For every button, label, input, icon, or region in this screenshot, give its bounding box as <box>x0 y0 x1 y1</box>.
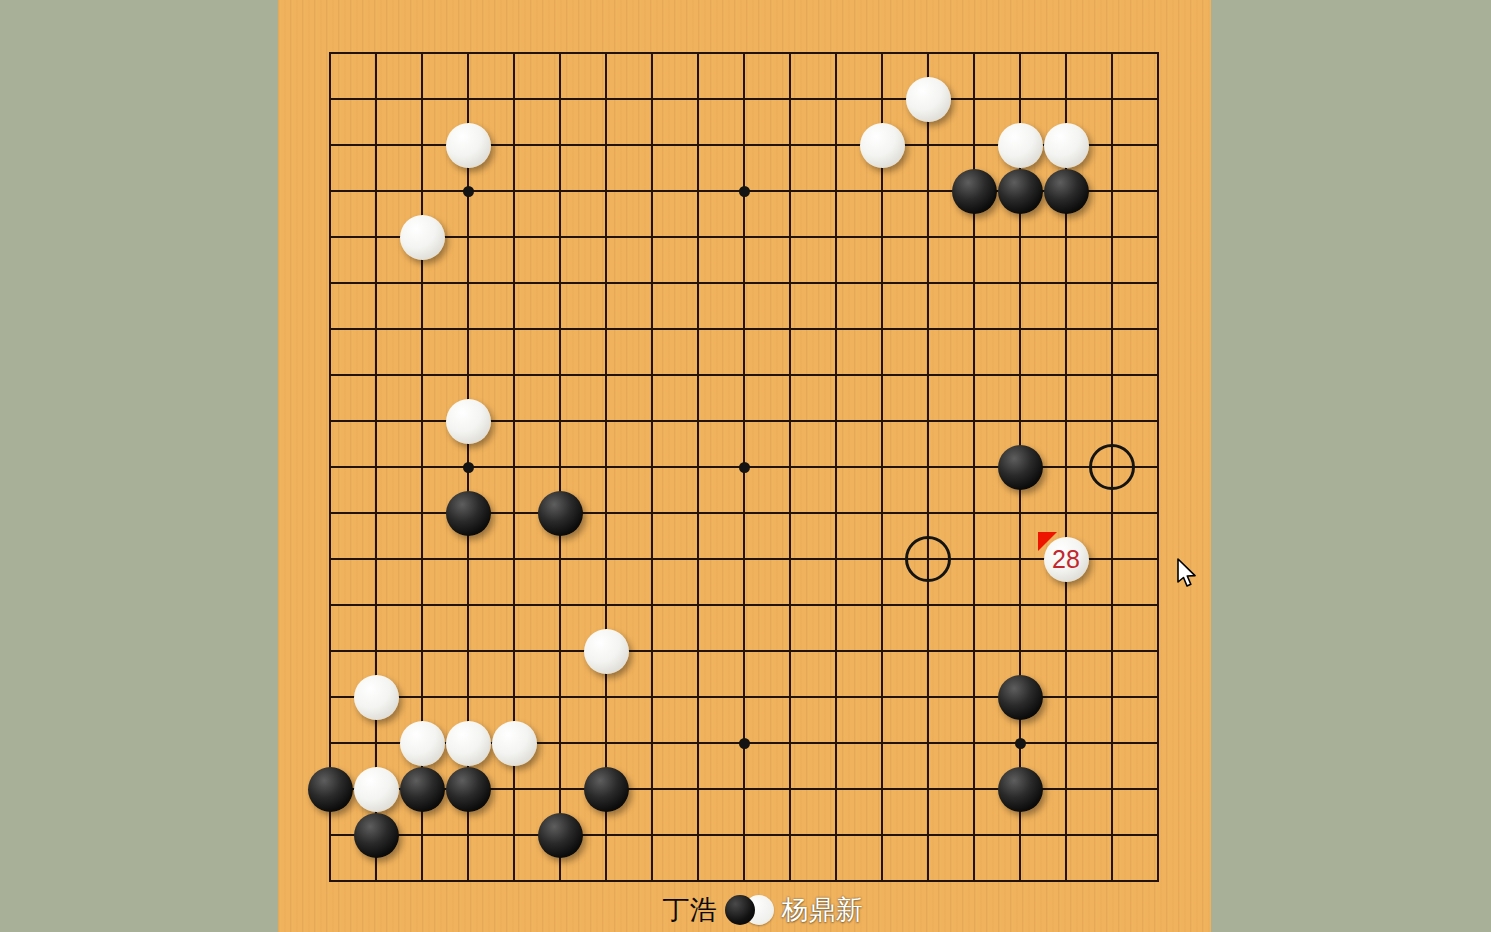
intersection[interactable] <box>399 122 445 168</box>
intersection[interactable] <box>1089 214 1135 260</box>
intersection[interactable] <box>813 260 859 306</box>
intersection[interactable] <box>859 168 905 214</box>
intersection[interactable] <box>1135 812 1181 858</box>
intersection[interactable] <box>1135 306 1181 352</box>
intersection[interactable] <box>721 536 767 582</box>
intersection[interactable] <box>905 674 951 720</box>
intersection[interactable] <box>307 122 353 168</box>
intersection[interactable] <box>1135 766 1181 812</box>
intersection[interactable] <box>951 582 997 628</box>
intersection[interactable] <box>997 628 1043 674</box>
intersection[interactable] <box>445 76 491 122</box>
intersection[interactable] <box>353 582 399 628</box>
intersection[interactable] <box>1089 260 1135 306</box>
intersection[interactable] <box>1089 76 1135 122</box>
intersection[interactable] <box>997 352 1043 398</box>
intersection[interactable] <box>353 352 399 398</box>
intersection[interactable] <box>583 214 629 260</box>
intersection[interactable] <box>997 674 1043 720</box>
intersection[interactable] <box>859 766 905 812</box>
intersection[interactable] <box>767 812 813 858</box>
intersection[interactable] <box>491 76 537 122</box>
intersection[interactable] <box>1135 490 1181 536</box>
intersection[interactable] <box>537 122 583 168</box>
intersection[interactable] <box>813 168 859 214</box>
intersection[interactable] <box>491 490 537 536</box>
intersection[interactable] <box>491 398 537 444</box>
intersection[interactable] <box>675 628 721 674</box>
intersection[interactable] <box>675 536 721 582</box>
intersection[interactable] <box>721 766 767 812</box>
intersection[interactable] <box>1089 674 1135 720</box>
intersection[interactable] <box>537 674 583 720</box>
intersection[interactable] <box>1089 398 1135 444</box>
intersection[interactable] <box>491 122 537 168</box>
intersection[interactable] <box>813 76 859 122</box>
intersection[interactable] <box>537 766 583 812</box>
intersection[interactable] <box>491 766 537 812</box>
intersection[interactable] <box>997 490 1043 536</box>
intersection[interactable] <box>1089 720 1135 766</box>
intersection[interactable] <box>353 628 399 674</box>
intersection[interactable] <box>859 536 905 582</box>
intersection[interactable] <box>307 30 353 76</box>
intersection[interactable] <box>905 536 951 582</box>
intersection[interactable] <box>445 168 491 214</box>
intersection[interactable] <box>905 582 951 628</box>
intersection[interactable] <box>859 398 905 444</box>
intersection[interactable] <box>583 720 629 766</box>
intersection[interactable] <box>675 260 721 306</box>
intersection[interactable] <box>767 582 813 628</box>
intersection[interactable] <box>399 444 445 490</box>
intersection[interactable] <box>675 766 721 812</box>
intersection[interactable] <box>353 398 399 444</box>
intersection[interactable] <box>307 306 353 352</box>
intersection[interactable] <box>629 720 675 766</box>
intersection[interactable] <box>951 628 997 674</box>
intersection[interactable] <box>583 490 629 536</box>
intersection[interactable] <box>399 812 445 858</box>
intersection[interactable] <box>307 812 353 858</box>
intersection[interactable] <box>905 122 951 168</box>
intersection[interactable] <box>767 76 813 122</box>
intersection[interactable] <box>353 214 399 260</box>
intersection[interactable] <box>537 168 583 214</box>
intersection[interactable] <box>1135 674 1181 720</box>
intersection[interactable] <box>859 306 905 352</box>
intersection[interactable] <box>399 352 445 398</box>
intersection[interactable] <box>399 168 445 214</box>
intersection[interactable] <box>307 398 353 444</box>
intersection[interactable] <box>813 674 859 720</box>
intersection[interactable] <box>629 398 675 444</box>
intersection[interactable] <box>445 214 491 260</box>
intersection[interactable] <box>399 306 445 352</box>
intersection[interactable] <box>629 582 675 628</box>
board-intersections[interactable]: 28 <box>307 30 1181 904</box>
intersection[interactable] <box>997 444 1043 490</box>
intersection[interactable] <box>1043 582 1089 628</box>
intersection[interactable] <box>1043 720 1089 766</box>
intersection[interactable] <box>445 628 491 674</box>
intersection[interactable] <box>721 674 767 720</box>
intersection[interactable] <box>859 720 905 766</box>
intersection[interactable] <box>537 76 583 122</box>
intersection[interactable] <box>583 122 629 168</box>
intersection[interactable] <box>997 122 1043 168</box>
intersection[interactable] <box>399 582 445 628</box>
intersection[interactable] <box>307 76 353 122</box>
intersection[interactable] <box>813 720 859 766</box>
intersection[interactable] <box>1043 398 1089 444</box>
intersection[interactable] <box>905 76 951 122</box>
intersection[interactable] <box>491 812 537 858</box>
intersection[interactable] <box>721 628 767 674</box>
intersection[interactable] <box>1043 306 1089 352</box>
intersection[interactable] <box>1089 490 1135 536</box>
intersection[interactable] <box>537 536 583 582</box>
intersection[interactable] <box>1135 628 1181 674</box>
intersection[interactable] <box>859 76 905 122</box>
intersection[interactable] <box>1135 30 1181 76</box>
intersection[interactable] <box>629 76 675 122</box>
intersection[interactable] <box>997 76 1043 122</box>
intersection[interactable] <box>629 352 675 398</box>
intersection[interactable] <box>721 76 767 122</box>
intersection[interactable] <box>721 352 767 398</box>
intersection[interactable] <box>859 122 905 168</box>
intersection[interactable] <box>859 214 905 260</box>
intersection[interactable] <box>905 812 951 858</box>
intersection[interactable] <box>537 720 583 766</box>
intersection[interactable] <box>399 490 445 536</box>
intersection[interactable] <box>675 444 721 490</box>
intersection[interactable] <box>905 30 951 76</box>
intersection[interactable] <box>307 490 353 536</box>
intersection[interactable] <box>675 214 721 260</box>
intersection[interactable] <box>583 766 629 812</box>
intersection[interactable] <box>491 536 537 582</box>
intersection[interactable] <box>905 168 951 214</box>
intersection[interactable] <box>905 398 951 444</box>
intersection[interactable] <box>399 766 445 812</box>
intersection[interactable] <box>675 674 721 720</box>
intersection[interactable] <box>951 306 997 352</box>
intersection[interactable] <box>1135 720 1181 766</box>
intersection[interactable] <box>767 260 813 306</box>
intersection[interactable] <box>1089 30 1135 76</box>
intersection[interactable] <box>307 628 353 674</box>
intersection[interactable] <box>353 30 399 76</box>
intersection[interactable] <box>445 30 491 76</box>
intersection[interactable] <box>1089 168 1135 214</box>
intersection[interactable] <box>905 490 951 536</box>
intersection[interactable] <box>721 398 767 444</box>
intersection[interactable] <box>491 444 537 490</box>
intersection[interactable] <box>1089 122 1135 168</box>
intersection[interactable] <box>353 260 399 306</box>
intersection[interactable] <box>675 352 721 398</box>
intersection[interactable] <box>629 766 675 812</box>
intersection[interactable] <box>1135 122 1181 168</box>
intersection[interactable] <box>675 720 721 766</box>
intersection[interactable] <box>951 168 997 214</box>
intersection[interactable] <box>951 214 997 260</box>
intersection[interactable] <box>629 214 675 260</box>
intersection[interactable]: 28 <box>1043 536 1089 582</box>
intersection[interactable] <box>1043 352 1089 398</box>
intersection[interactable] <box>1089 766 1135 812</box>
intersection[interactable] <box>859 260 905 306</box>
intersection[interactable] <box>997 30 1043 76</box>
intersection[interactable] <box>721 444 767 490</box>
intersection[interactable] <box>675 168 721 214</box>
intersection[interactable] <box>675 76 721 122</box>
intersection[interactable] <box>583 674 629 720</box>
intersection[interactable] <box>813 352 859 398</box>
intersection[interactable] <box>307 536 353 582</box>
intersection[interactable] <box>1043 674 1089 720</box>
intersection[interactable] <box>1089 582 1135 628</box>
intersection[interactable] <box>813 214 859 260</box>
intersection[interactable] <box>675 582 721 628</box>
intersection[interactable] <box>1089 812 1135 858</box>
intersection[interactable] <box>537 582 583 628</box>
intersection[interactable] <box>537 352 583 398</box>
intersection[interactable] <box>491 306 537 352</box>
intersection[interactable] <box>445 352 491 398</box>
intersection[interactable] <box>629 536 675 582</box>
intersection[interactable] <box>675 398 721 444</box>
intersection[interactable] <box>1043 260 1089 306</box>
intersection[interactable] <box>629 490 675 536</box>
intersection[interactable] <box>445 306 491 352</box>
intersection[interactable] <box>721 214 767 260</box>
intersection[interactable] <box>629 168 675 214</box>
intersection[interactable] <box>353 674 399 720</box>
intersection[interactable] <box>905 720 951 766</box>
intersection[interactable] <box>767 720 813 766</box>
intersection[interactable] <box>307 214 353 260</box>
intersection[interactable] <box>997 306 1043 352</box>
intersection[interactable] <box>583 628 629 674</box>
intersection[interactable] <box>399 628 445 674</box>
intersection[interactable] <box>399 76 445 122</box>
intersection[interactable] <box>859 582 905 628</box>
intersection[interactable] <box>951 398 997 444</box>
intersection[interactable] <box>1135 444 1181 490</box>
intersection[interactable] <box>997 398 1043 444</box>
intersection[interactable] <box>721 122 767 168</box>
intersection[interactable] <box>905 306 951 352</box>
intersection[interactable] <box>905 352 951 398</box>
intersection[interactable] <box>445 720 491 766</box>
intersection[interactable] <box>1135 352 1181 398</box>
intersection[interactable] <box>813 398 859 444</box>
intersection[interactable] <box>997 214 1043 260</box>
intersection[interactable] <box>307 352 353 398</box>
intersection[interactable] <box>307 720 353 766</box>
intersection[interactable] <box>583 582 629 628</box>
intersection[interactable] <box>1135 214 1181 260</box>
intersection[interactable] <box>353 122 399 168</box>
intersection[interactable] <box>767 674 813 720</box>
intersection[interactable] <box>951 766 997 812</box>
intersection[interactable] <box>721 812 767 858</box>
intersection[interactable] <box>675 306 721 352</box>
intersection[interactable] <box>1135 76 1181 122</box>
intersection[interactable] <box>905 260 951 306</box>
intersection[interactable] <box>307 260 353 306</box>
intersection[interactable] <box>583 812 629 858</box>
intersection[interactable] <box>905 628 951 674</box>
intersection[interactable] <box>905 444 951 490</box>
intersection[interactable] <box>1043 168 1089 214</box>
intersection[interactable] <box>629 122 675 168</box>
intersection[interactable] <box>491 582 537 628</box>
intersection[interactable] <box>951 122 997 168</box>
intersection[interactable] <box>399 674 445 720</box>
intersection[interactable] <box>491 214 537 260</box>
intersection[interactable] <box>1043 30 1089 76</box>
intersection[interactable] <box>997 582 1043 628</box>
intersection[interactable] <box>997 536 1043 582</box>
intersection[interactable] <box>675 122 721 168</box>
intersection[interactable] <box>537 628 583 674</box>
intersection[interactable] <box>675 490 721 536</box>
intersection[interactable] <box>445 536 491 582</box>
intersection[interactable] <box>629 30 675 76</box>
intersection[interactable] <box>951 30 997 76</box>
intersection[interactable] <box>629 674 675 720</box>
intersection[interactable] <box>1089 352 1135 398</box>
intersection[interactable] <box>859 628 905 674</box>
intersection[interactable] <box>859 812 905 858</box>
intersection[interactable] <box>399 398 445 444</box>
intersection[interactable] <box>1043 812 1089 858</box>
intersection[interactable] <box>1089 306 1135 352</box>
intersection[interactable] <box>767 490 813 536</box>
intersection[interactable] <box>1043 122 1089 168</box>
intersection[interactable] <box>997 766 1043 812</box>
intersection[interactable] <box>353 168 399 214</box>
intersection[interactable] <box>951 536 997 582</box>
intersection[interactable] <box>951 490 997 536</box>
intersection[interactable] <box>859 674 905 720</box>
intersection[interactable] <box>353 812 399 858</box>
intersection[interactable] <box>491 30 537 76</box>
intersection[interactable] <box>307 168 353 214</box>
intersection[interactable] <box>997 720 1043 766</box>
intersection[interactable] <box>1135 536 1181 582</box>
intersection[interactable] <box>997 260 1043 306</box>
intersection[interactable] <box>859 352 905 398</box>
intersection[interactable] <box>353 720 399 766</box>
intersection[interactable] <box>307 766 353 812</box>
intersection[interactable] <box>353 306 399 352</box>
intersection[interactable] <box>675 812 721 858</box>
intersection[interactable] <box>491 720 537 766</box>
intersection[interactable] <box>1089 444 1135 490</box>
intersection[interactable] <box>399 30 445 76</box>
intersection[interactable] <box>353 76 399 122</box>
intersection[interactable] <box>537 30 583 76</box>
intersection[interactable] <box>583 352 629 398</box>
intersection[interactable] <box>445 398 491 444</box>
intersection[interactable] <box>399 720 445 766</box>
go-board[interactable]: 28 丁浩 杨鼎新 <box>278 0 1211 932</box>
intersection[interactable] <box>353 490 399 536</box>
intersection[interactable] <box>445 444 491 490</box>
intersection[interactable] <box>721 490 767 536</box>
intersection[interactable] <box>997 812 1043 858</box>
intersection[interactable] <box>537 214 583 260</box>
intersection[interactable] <box>583 168 629 214</box>
intersection[interactable] <box>859 490 905 536</box>
intersection[interactable] <box>1135 398 1181 444</box>
intersection[interactable] <box>721 720 767 766</box>
intersection[interactable] <box>583 76 629 122</box>
intersection[interactable] <box>813 536 859 582</box>
intersection[interactable] <box>1089 628 1135 674</box>
intersection[interactable] <box>813 628 859 674</box>
intersection[interactable] <box>1043 214 1089 260</box>
intersection[interactable] <box>813 444 859 490</box>
intersection[interactable] <box>1135 582 1181 628</box>
intersection[interactable] <box>813 30 859 76</box>
intersection[interactable] <box>813 812 859 858</box>
intersection[interactable] <box>491 260 537 306</box>
intersection[interactable] <box>767 30 813 76</box>
intersection[interactable] <box>353 444 399 490</box>
intersection[interactable] <box>905 766 951 812</box>
intersection[interactable] <box>951 812 997 858</box>
intersection[interactable] <box>1043 766 1089 812</box>
intersection[interactable] <box>537 812 583 858</box>
intersection[interactable] <box>537 398 583 444</box>
intersection[interactable] <box>537 306 583 352</box>
intersection[interactable] <box>813 766 859 812</box>
intersection[interactable] <box>951 352 997 398</box>
intersection[interactable] <box>721 30 767 76</box>
intersection[interactable] <box>445 122 491 168</box>
intersection[interactable] <box>721 306 767 352</box>
intersection[interactable] <box>1043 628 1089 674</box>
intersection[interactable] <box>767 444 813 490</box>
intersection[interactable] <box>629 812 675 858</box>
intersection[interactable] <box>721 260 767 306</box>
intersection[interactable] <box>445 674 491 720</box>
intersection[interactable] <box>767 628 813 674</box>
intersection[interactable] <box>721 168 767 214</box>
intersection[interactable] <box>491 628 537 674</box>
intersection[interactable] <box>951 674 997 720</box>
intersection[interactable] <box>537 444 583 490</box>
intersection[interactable] <box>767 168 813 214</box>
intersection[interactable] <box>767 398 813 444</box>
intersection[interactable] <box>767 352 813 398</box>
intersection[interactable] <box>445 582 491 628</box>
intersection[interactable] <box>399 536 445 582</box>
intersection[interactable] <box>767 766 813 812</box>
intersection[interactable] <box>1043 490 1089 536</box>
intersection[interactable] <box>491 352 537 398</box>
intersection[interactable] <box>491 674 537 720</box>
intersection[interactable] <box>583 536 629 582</box>
intersection[interactable] <box>445 260 491 306</box>
intersection[interactable] <box>1043 76 1089 122</box>
